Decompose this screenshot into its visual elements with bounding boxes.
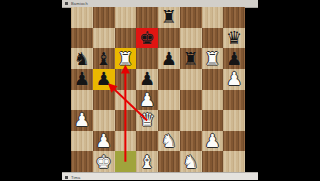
square-g3[interactable] [202, 110, 224, 131]
black-rook-piece: ♜ [183, 49, 199, 69]
square-g4[interactable] [202, 90, 224, 111]
square-c4[interactable] [115, 90, 137, 111]
square-g7[interactable] [202, 28, 224, 49]
square-d1[interactable]: ♝ [136, 151, 158, 172]
square-g6[interactable]: ♜ [202, 48, 224, 69]
square-h7[interactable]: ♛ [223, 28, 245, 49]
square-h3[interactable] [223, 110, 245, 131]
square-e8[interactable]: ♜ [158, 7, 180, 28]
square-a5[interactable]: ♟ [71, 69, 93, 90]
white-knight-piece: ♞ [183, 152, 199, 172]
square-h1[interactable] [223, 151, 245, 172]
square-g8[interactable] [202, 7, 224, 28]
square-d3[interactable]: ♛ [136, 110, 158, 131]
square-c8[interactable] [115, 7, 137, 28]
square-h8[interactable] [223, 7, 245, 28]
square-d6[interactable] [136, 48, 158, 69]
black-king-piece: ♚ [139, 28, 155, 48]
black-pawn-piece: ♟ [161, 49, 177, 69]
black-queen-piece: ♛ [226, 28, 242, 48]
square-b4[interactable] [93, 90, 115, 111]
black-pawn-piece: ♟ [74, 69, 90, 89]
square-h2[interactable] [223, 131, 245, 152]
white-player-name: Tima [71, 174, 81, 181]
square-e3[interactable] [158, 110, 180, 131]
square-c1[interactable] [115, 151, 137, 172]
square-g1[interactable] [202, 151, 224, 172]
white-queen-piece: ♛ [139, 110, 155, 130]
black-player-name: Bamioch [71, 0, 88, 7]
square-b5[interactable]: ♟ [93, 69, 115, 90]
square-b2[interactable]: ♟ [93, 131, 115, 152]
white-knight-piece: ♞ [161, 131, 177, 151]
square-c7[interactable] [115, 28, 137, 49]
black-knight-piece: ♞ [74, 49, 90, 69]
square-e7[interactable] [158, 28, 180, 49]
white-pawn-piece: ♟ [204, 131, 220, 151]
square-a2[interactable] [71, 131, 93, 152]
square-a1[interactable] [71, 151, 93, 172]
square-h6[interactable]: ♟ [223, 48, 245, 69]
square-h4[interactable] [223, 90, 245, 111]
square-e4[interactable] [158, 90, 180, 111]
square-a6[interactable]: ♞ [71, 48, 93, 69]
square-b1[interactable]: ♚ [93, 151, 115, 172]
black-pawn-piece: ♟ [226, 49, 242, 69]
square-c6[interactable]: ♜ [115, 48, 137, 69]
white-bishop-piece: ♝ [139, 152, 155, 172]
white-pawn-piece: ♟ [226, 69, 242, 89]
square-e1[interactable] [158, 151, 180, 172]
chess-board: ♜♚♛♞♝♜♟♜♜♟♟♟♟♟♟♟♛♟♞♟♚♝♞ [71, 7, 245, 172]
square-e2[interactable]: ♞ [158, 131, 180, 152]
white-rook-piece: ♜ [117, 49, 133, 69]
square-d8[interactable] [136, 7, 158, 28]
square-d4[interactable]: ♟ [136, 90, 158, 111]
black-pawn-piece: ♟ [139, 69, 155, 89]
square-f7[interactable] [180, 28, 202, 49]
square-e6[interactable]: ♟ [158, 48, 180, 69]
square-b7[interactable] [93, 28, 115, 49]
square-c3[interactable] [115, 110, 137, 131]
black-bishop-piece: ♝ [96, 49, 112, 69]
square-a8[interactable] [71, 7, 93, 28]
square-a3[interactable]: ♟ [71, 110, 93, 131]
white-pawn-piece: ♟ [139, 90, 155, 110]
square-a7[interactable] [71, 28, 93, 49]
square-d5[interactable]: ♟ [136, 69, 158, 90]
square-c5[interactable] [115, 69, 137, 90]
square-g5[interactable] [202, 69, 224, 90]
square-f2[interactable] [180, 131, 202, 152]
white-king-piece: ♚ [96, 152, 112, 172]
square-b6[interactable]: ♝ [93, 48, 115, 69]
square-f3[interactable] [180, 110, 202, 131]
square-f5[interactable] [180, 69, 202, 90]
square-b8[interactable] [93, 7, 115, 28]
square-d7[interactable]: ♚ [136, 28, 158, 49]
square-g2[interactable]: ♟ [202, 131, 224, 152]
square-f4[interactable] [180, 90, 202, 111]
bottom-player-bar: Tima [62, 172, 258, 180]
square-d2[interactable] [136, 131, 158, 152]
square-f1[interactable]: ♞ [180, 151, 202, 172]
square-c2[interactable] [115, 131, 137, 152]
black-pawn-piece: ♟ [96, 69, 112, 89]
black-player-icon [65, 2, 68, 5]
square-e5[interactable] [158, 69, 180, 90]
square-f6[interactable]: ♜ [180, 48, 202, 69]
square-a4[interactable] [71, 90, 93, 111]
square-f8[interactable] [180, 7, 202, 28]
black-rook-piece: ♜ [161, 7, 177, 27]
white-player-icon [65, 176, 68, 179]
square-h5[interactable]: ♟ [223, 69, 245, 90]
white-pawn-piece: ♟ [74, 110, 90, 130]
white-rook-piece: ♜ [204, 49, 220, 69]
square-b3[interactable] [93, 110, 115, 131]
white-pawn-piece: ♟ [96, 131, 112, 151]
